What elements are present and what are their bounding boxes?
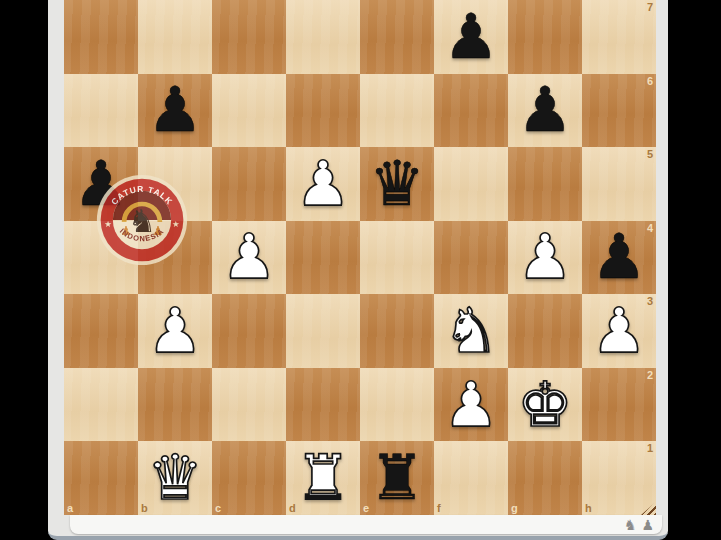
square-d7[interactable] [286,0,360,74]
square-h6[interactable]: 6 [582,74,656,148]
white-pawn[interactable]: ♟ [443,374,499,436]
black-pawn[interactable]: ♟ [147,79,203,141]
white-rook[interactable]: ♜ [295,447,351,509]
square-h3[interactable]: ♟3 [582,294,656,368]
square-e1[interactable]: ♜e [360,441,434,515]
square-e2[interactable] [360,368,434,442]
rank-label-6: 6 [647,75,653,87]
square-c3[interactable] [212,294,286,368]
square-b2[interactable] [138,368,212,442]
square-g5[interactable] [508,147,582,221]
square-f3[interactable]: ♞ [434,294,508,368]
file-label-h: h [585,502,592,514]
white-pawn[interactable]: ♟ [591,300,647,362]
file-label-g: g [511,502,518,514]
white-pawn[interactable]: ♟ [517,226,573,288]
file-label-c: c [215,502,221,514]
square-g7[interactable] [508,0,582,74]
watermark-logo: ♟ ♟ ♞ ★ ★ CATUR TALK INDONESIA [95,173,189,267]
square-b3[interactable]: ♟ [138,294,212,368]
square-d1[interactable]: ♜d [286,441,360,515]
square-h2[interactable]: 2 [582,368,656,442]
white-pawn[interactable]: ♟ [295,153,351,215]
rank-label-2: 2 [647,369,653,381]
square-g2[interactable]: ♚ [508,368,582,442]
rank-label-1: 1 [647,442,653,454]
square-d5[interactable]: ♟ [286,147,360,221]
square-g4[interactable]: ♟ [508,221,582,295]
rank-label-4: 4 [647,222,653,234]
square-f1[interactable]: f [434,441,508,515]
square-h1[interactable]: 1h [582,441,656,515]
white-knight[interactable]: ♞ [443,300,499,362]
square-g6[interactable]: ♟ [508,74,582,148]
watermark-right-star-icon: ★ [172,219,180,229]
square-a2[interactable] [64,368,138,442]
square-d3[interactable] [286,294,360,368]
white-king[interactable]: ♚ [517,374,573,436]
rank-label-3: 3 [647,295,653,307]
square-g1[interactable]: g [508,441,582,515]
black-pawn[interactable]: ♟ [443,6,499,68]
file-label-d: d [289,502,296,514]
black-pawn[interactable]: ♟ [591,226,647,288]
square-d2[interactable] [286,368,360,442]
file-label-e: e [363,502,369,514]
white-pawn[interactable]: ♟ [221,226,277,288]
square-f6[interactable] [434,74,508,148]
square-h5[interactable]: 5 [582,147,656,221]
file-label-f: f [437,502,441,514]
square-e5[interactable]: ♛ [360,147,434,221]
rank-label-7: 7 [647,1,653,13]
square-a6[interactable] [64,74,138,148]
square-e4[interactable] [360,221,434,295]
square-c7[interactable] [212,0,286,74]
square-e7[interactable] [360,0,434,74]
square-d6[interactable] [286,74,360,148]
square-c6[interactable] [212,74,286,148]
white-queen[interactable]: ♛ [147,447,203,509]
square-e6[interactable] [360,74,434,148]
square-h7[interactable]: 7 [582,0,656,74]
square-a7[interactable] [64,0,138,74]
square-d4[interactable] [286,221,360,295]
white-pawn[interactable]: ♟ [147,300,203,362]
square-c5[interactable] [212,147,286,221]
square-b6[interactable]: ♟ [138,74,212,148]
square-g3[interactable] [508,294,582,368]
square-f5[interactable] [434,147,508,221]
black-pawn[interactable]: ♟ [517,79,573,141]
captured-knight-icon: ♞ [624,518,637,532]
rank-label-5: 5 [647,148,653,160]
square-c2[interactable] [212,368,286,442]
square-b1[interactable]: ♛b [138,441,212,515]
square-e3[interactable] [360,294,434,368]
square-a3[interactable] [64,294,138,368]
square-b7[interactable] [138,0,212,74]
square-c4[interactable]: ♟ [212,221,286,295]
square-f7[interactable]: ♟ [434,0,508,74]
watermark-left-star-icon: ★ [104,219,112,229]
chess-board: ♟7♟♟6♟♟♛5♟♟♟4♟♞♟3♟♚2a♛bc♜d♜efg1h ♟ ♟ ♞ ★… [64,0,656,515]
square-a1[interactable]: a [64,441,138,515]
page-panel: ♟7♟♟6♟♟♛5♟♟♟4♟♞♟3♟♚2a♛bc♜d♜efg1h ♟ ♟ ♞ ★… [48,0,668,540]
square-f4[interactable] [434,221,508,295]
file-label-a: a [67,502,73,514]
board-footer-bar: ♞ ♟ [70,515,662,534]
video-frame: ♟7♟♟6♟♟♛5♟♟♟4♟♞♟3♟♚2a♛bc♜d♜efg1h ♟ ♟ ♞ ★… [0,0,721,540]
square-h4[interactable]: ♟4 [582,221,656,295]
file-label-b: b [141,502,148,514]
black-rook[interactable]: ♜ [369,447,425,509]
square-f2[interactable]: ♟ [434,368,508,442]
captured-pawn-icon: ♟ [641,518,654,532]
black-queen[interactable]: ♛ [369,153,425,215]
square-c1[interactable]: c [212,441,286,515]
